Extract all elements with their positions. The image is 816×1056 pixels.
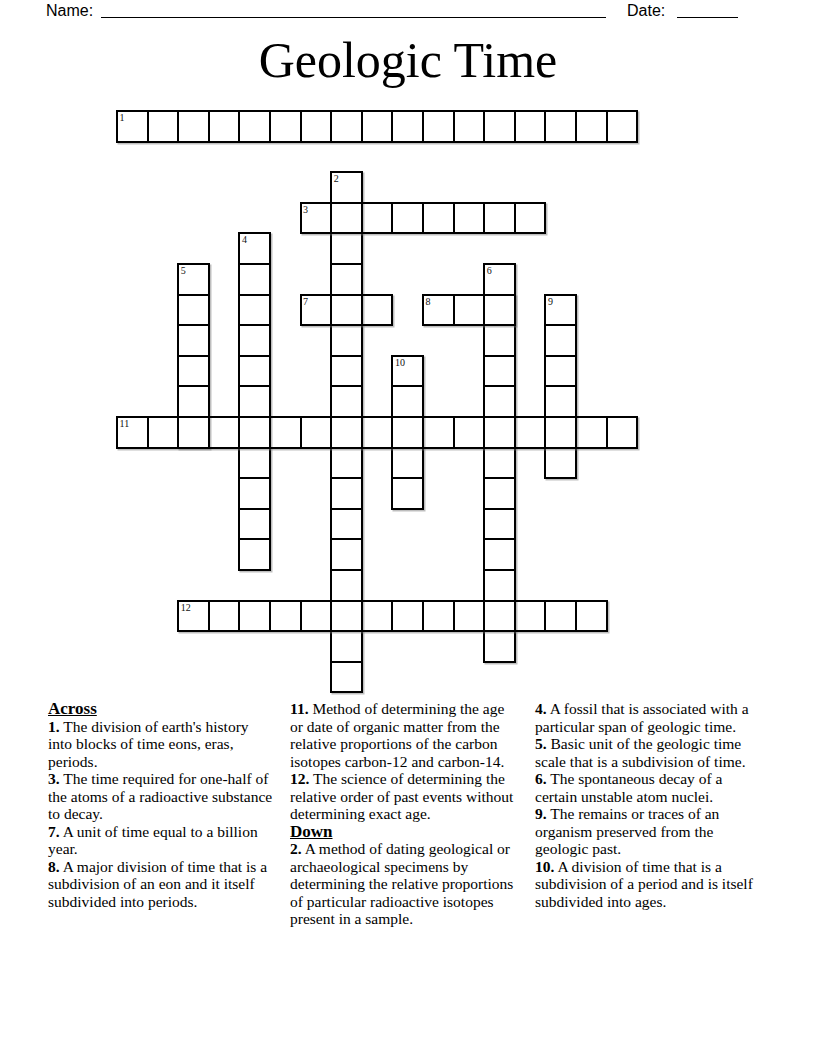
- grid-cell-r7-c2[interactable]: [178, 325, 209, 356]
- down-header: Down: [290, 823, 518, 841]
- grid-cell-r10-c14[interactable]: [545, 417, 576, 448]
- grid-cell-r0-c1[interactable]: [148, 111, 179, 142]
- clue-column-3: 4. A fossil that is associated with a pa…: [535, 700, 763, 910]
- grid-cell-r6-c14[interactable]: [545, 295, 576, 326]
- grid-cell-r6-c10[interactable]: [423, 295, 454, 326]
- grid-cell-r4-c4[interactable]: [239, 233, 270, 264]
- grid-cell-r12-c12[interactable]: [484, 478, 515, 509]
- grid-cell-r16-c7[interactable]: [331, 601, 362, 632]
- grid-cell-r3-c7[interactable]: [331, 203, 362, 234]
- grid-cell-r6-c6[interactable]: [301, 295, 332, 326]
- clue-across-7: 7. A unit of time equal to a billion yea…: [48, 823, 276, 858]
- grid-cell-r16-c13[interactable]: [515, 601, 546, 632]
- grid-cell-r8-c14[interactable]: [545, 356, 576, 387]
- grid-cell-r12-c9[interactable]: [392, 478, 423, 509]
- grid-cell-r6-c2[interactable]: [178, 295, 209, 326]
- worksheet-page: Name: Date: Geologic Time 12345678910111…: [0, 0, 816, 1056]
- clue-down-10: 10. A division of time that is a subdivi…: [535, 858, 763, 911]
- grid-cell-r16-c15[interactable]: [576, 601, 607, 632]
- grid-cell-r17-c7[interactable]: [331, 631, 362, 662]
- grid-cell-r0-c15[interactable]: [576, 111, 607, 142]
- grid-cell-r16-c4[interactable]: [239, 601, 270, 632]
- grid-cell-r18-c7[interactable]: [331, 662, 362, 693]
- grid-cell-r3-c6[interactable]: [301, 203, 332, 234]
- grid-cell-r14-c12[interactable]: [484, 539, 515, 570]
- grid-cell-r16-c11[interactable]: [454, 601, 485, 632]
- grid-cell-r10-c8[interactable]: [362, 417, 393, 448]
- grid-cell-r3-c9[interactable]: [392, 203, 423, 234]
- grid-cell-r10-c15[interactable]: [576, 417, 607, 448]
- grid-cell-r16-c2[interactable]: [178, 601, 209, 632]
- grid-cell-r10-c9[interactable]: [392, 417, 423, 448]
- grid-cell-r4-c7[interactable]: [331, 233, 362, 264]
- grid-cell-r10-c7[interactable]: [331, 417, 362, 448]
- grid-cell-r17-c12[interactable]: [484, 631, 515, 662]
- grid-cell-r5-c4[interactable]: [239, 264, 270, 295]
- grid-cell-r0-c13[interactable]: [515, 111, 546, 142]
- grid-cell-r10-c4[interactable]: [239, 417, 270, 448]
- grid-cell-r6-c11[interactable]: [454, 295, 485, 326]
- grid-cell-r3-c11[interactable]: [454, 203, 485, 234]
- grid-cell-r3-c12[interactable]: [484, 203, 515, 234]
- grid-cell-r6-c8[interactable]: [362, 295, 393, 326]
- grid-cell-r16-c5[interactable]: [270, 601, 301, 632]
- grid-cell-r0-c16[interactable]: [607, 111, 638, 142]
- grid-cell-r9-c7[interactable]: [331, 386, 362, 417]
- grid-cell-r16-c8[interactable]: [362, 601, 393, 632]
- grid-cell-r10-c11[interactable]: [454, 417, 485, 448]
- grid-cell-r10-c12[interactable]: [484, 417, 515, 448]
- grid-cell-r10-c3[interactable]: [209, 417, 240, 448]
- grid-cell-r15-c7[interactable]: [331, 570, 362, 601]
- grid-cell-r16-c3[interactable]: [209, 601, 240, 632]
- grid-cell-r11-c9[interactable]: [392, 448, 423, 479]
- crossword-grid: 123456789101112: [0, 0, 816, 700]
- grid-cell-r16-c10[interactable]: [423, 601, 454, 632]
- grid-cell-r9-c14[interactable]: [545, 386, 576, 417]
- grid-cell-r0-c11[interactable]: [454, 111, 485, 142]
- clue-across-11: 11. Method of determining the age or dat…: [290, 700, 518, 770]
- clue-across-1: 1. The division of earth's history into …: [48, 718, 276, 771]
- grid-cell-r0-c4[interactable]: [239, 111, 270, 142]
- grid-cell-r6-c7[interactable]: [331, 295, 362, 326]
- grid-cell-r6-c12[interactable]: [484, 295, 515, 326]
- grid-cell-r7-c14[interactable]: [545, 325, 576, 356]
- grid-cell-r10-c10[interactable]: [423, 417, 454, 448]
- grid-cell-r13-c12[interactable]: [484, 509, 515, 540]
- grid-cell-r14-c4[interactable]: [239, 539, 270, 570]
- clue-down-5: 5. Basic unit of the geologic time scale…: [535, 735, 763, 770]
- grid-cell-r7-c7[interactable]: [331, 325, 362, 356]
- grid-cell-r12-c4[interactable]: [239, 478, 270, 509]
- grid-cell-r2-c7[interactable]: [331, 172, 362, 203]
- grid-cell-r8-c12[interactable]: [484, 356, 515, 387]
- clue-across-8: 8. A major division of time that is a su…: [48, 858, 276, 911]
- grid-cell-r9-c9[interactable]: [392, 386, 423, 417]
- grid-cell-r0-c0[interactable]: [117, 111, 148, 142]
- grid-cell-r16-c6[interactable]: [301, 601, 332, 632]
- grid-cell-r15-c12[interactable]: [484, 570, 515, 601]
- clue-column-1: Across1. The division of earth's history…: [48, 700, 276, 910]
- grid-cell-r3-c10[interactable]: [423, 203, 454, 234]
- grid-cell-r0-c8[interactable]: [362, 111, 393, 142]
- clue-down-2: 2. A method of dating geological or arch…: [290, 840, 518, 928]
- grid-cell-r10-c2[interactable]: [178, 417, 209, 448]
- grid-cell-r0-c7[interactable]: [331, 111, 362, 142]
- grid-cell-r10-c5[interactable]: [270, 417, 301, 448]
- grid-cell-r8-c4[interactable]: [239, 356, 270, 387]
- grid-cell-r5-c12[interactable]: [484, 264, 515, 295]
- grid-cell-r3-c13[interactable]: [515, 203, 546, 234]
- grid-cell-r0-c5[interactable]: [270, 111, 301, 142]
- grid-cell-r13-c4[interactable]: [239, 509, 270, 540]
- grid-cell-r8-c9[interactable]: [392, 356, 423, 387]
- grid-cell-r7-c12[interactable]: [484, 325, 515, 356]
- grid-cell-r10-c6[interactable]: [301, 417, 332, 448]
- grid-cell-r3-c8[interactable]: [362, 203, 393, 234]
- grid-cell-r5-c2[interactable]: [178, 264, 209, 295]
- grid-cell-r11-c4[interactable]: [239, 448, 270, 479]
- grid-cell-r6-c4[interactable]: [239, 295, 270, 326]
- clue-across-12: 12. The science of determining the relat…: [290, 770, 518, 823]
- grid-cell-r11-c14[interactable]: [545, 448, 576, 479]
- grid-cell-r9-c2[interactable]: [178, 386, 209, 417]
- grid-cell-r12-c7[interactable]: [331, 478, 362, 509]
- grid-cell-r10-c1[interactable]: [148, 417, 179, 448]
- grid-cell-r10-c13[interactable]: [515, 417, 546, 448]
- grid-cell-r13-c7[interactable]: [331, 509, 362, 540]
- clue-column-2: 11. Method of determining the age or dat…: [290, 700, 518, 928]
- grid-cell-r0-c9[interactable]: [392, 111, 423, 142]
- clue-down-4: 4. A fossil that is associated with a pa…: [535, 700, 763, 735]
- grid-cell-r0-c12[interactable]: [484, 111, 515, 142]
- grid-cell-r14-c7[interactable]: [331, 539, 362, 570]
- grid-cell-r10-c0[interactable]: [117, 417, 148, 448]
- grid-cell-r0-c6[interactable]: [301, 111, 332, 142]
- across-header: Across: [48, 700, 276, 718]
- grid-cell-r16-c9[interactable]: [392, 601, 423, 632]
- grid-cell-r16-c12[interactable]: [484, 601, 515, 632]
- grid-cell-r7-c4[interactable]: [239, 325, 270, 356]
- grid-cell-r9-c12[interactable]: [484, 386, 515, 417]
- grid-cell-r0-c10[interactable]: [423, 111, 454, 142]
- grid-cell-r8-c7[interactable]: [331, 356, 362, 387]
- grid-cell-r11-c12[interactable]: [484, 448, 515, 479]
- grid-cell-r0-c3[interactable]: [209, 111, 240, 142]
- grid-cell-r9-c4[interactable]: [239, 386, 270, 417]
- clue-down-9: 9. The remains or traces of an organism …: [535, 805, 763, 858]
- grid-cell-r8-c2[interactable]: [178, 356, 209, 387]
- grid-cell-r0-c14[interactable]: [545, 111, 576, 142]
- grid-cell-r10-c16[interactable]: [607, 417, 638, 448]
- grid-cell-r16-c14[interactable]: [545, 601, 576, 632]
- grid-cell-r5-c7[interactable]: [331, 264, 362, 295]
- grid-cell-r11-c7[interactable]: [331, 448, 362, 479]
- clue-across-3: 3. The time required for one-half of the…: [48, 770, 276, 823]
- clue-down-6: 6. The spontaneous decay of a certain un…: [535, 770, 763, 805]
- grid-cell-r0-c2[interactable]: [178, 111, 209, 142]
